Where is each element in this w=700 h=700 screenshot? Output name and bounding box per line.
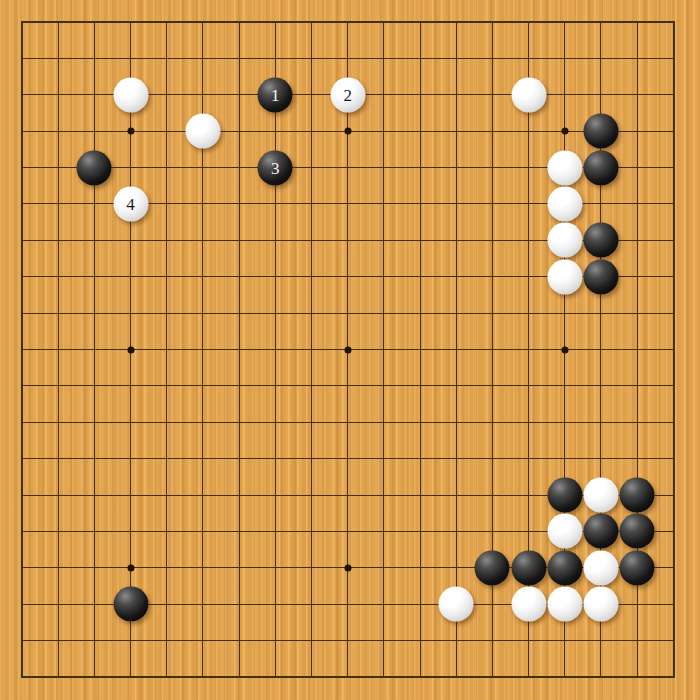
board-cell[interactable] [293,149,329,185]
board-cell[interactable] [4,622,40,658]
board-cell[interactable] [112,440,148,476]
board-cell[interactable] [149,440,185,476]
board-cell[interactable] [149,259,185,295]
board-cell[interactable] [583,331,619,367]
board-cell[interactable] [619,259,655,295]
board-cell[interactable] [221,186,257,222]
board-cell[interactable] [547,659,583,695]
board-cell[interactable] [185,513,221,549]
board-cell[interactable] [76,550,112,586]
board-cell[interactable] [402,149,438,185]
board-cell[interactable] [583,368,619,404]
board-cell[interactable] [402,586,438,622]
board-cell[interactable] [366,440,402,476]
board-cell[interactable] [76,513,112,549]
board-cell[interactable] [330,222,366,258]
board-cell[interactable] [583,622,619,658]
board-cell[interactable] [257,40,293,76]
board-cell[interactable] [330,113,366,149]
board-cell[interactable] [438,259,474,295]
board-cell[interactable] [438,77,474,113]
board-cell[interactable] [185,77,221,113]
board-cell[interactable] [547,622,583,658]
board-cell[interactable] [149,477,185,513]
board-cell[interactable] [40,440,76,476]
board-cell[interactable] [4,77,40,113]
board-cell[interactable] [366,295,402,331]
board-cell[interactable] [149,186,185,222]
board-cell[interactable] [655,622,691,658]
board-cell[interactable] [76,113,112,149]
board-cell[interactable]: 4 [112,186,148,222]
board-cell[interactable] [149,550,185,586]
board-cell[interactable] [402,295,438,331]
board-cell[interactable] [438,586,474,622]
board-cell[interactable] [76,659,112,695]
board-cell[interactable] [76,440,112,476]
board-cell[interactable] [655,440,691,476]
board-cell[interactable] [474,295,510,331]
board-cell[interactable] [76,331,112,367]
board-cell[interactable] [511,40,547,76]
board-cell[interactable] [655,222,691,258]
board-cell[interactable] [257,113,293,149]
board-cell[interactable] [293,440,329,476]
board-cell[interactable] [221,113,257,149]
board-cell[interactable] [221,77,257,113]
board-cell[interactable] [655,186,691,222]
board-cell[interactable] [583,295,619,331]
board-cell[interactable] [402,513,438,549]
board-cell[interactable] [583,259,619,295]
board-cell[interactable] [511,477,547,513]
board-cell[interactable] [185,477,221,513]
board-cell[interactable] [112,149,148,185]
board-cell[interactable] [366,77,402,113]
board-cell[interactable] [4,295,40,331]
board-cell[interactable] [511,513,547,549]
board-cell[interactable] [257,368,293,404]
board-cell[interactable] [366,113,402,149]
board-cell[interactable] [547,295,583,331]
board-cell[interactable] [619,513,655,549]
board-cell[interactable] [293,331,329,367]
board-cell[interactable] [257,659,293,695]
board-cell[interactable] [402,222,438,258]
board-cell[interactable] [76,40,112,76]
board-cell[interactable] [149,77,185,113]
board-cell[interactable] [40,77,76,113]
board-cell[interactable] [40,113,76,149]
board-cell[interactable] [40,368,76,404]
board-cell[interactable] [112,295,148,331]
board-cell[interactable] [402,186,438,222]
board-cell[interactable] [547,404,583,440]
board-cell[interactable] [293,477,329,513]
board-cell[interactable] [4,368,40,404]
board-cell[interactable] [185,40,221,76]
board-cell[interactable] [366,404,402,440]
board-cell[interactable] [655,259,691,295]
board-cell[interactable] [402,113,438,149]
board-cell[interactable] [257,586,293,622]
board-cell[interactable] [438,113,474,149]
board-cell[interactable] [366,586,402,622]
board-cell[interactable] [149,622,185,658]
board-cell[interactable] [4,477,40,513]
board-cell[interactable] [112,513,148,549]
board-cell[interactable] [511,368,547,404]
board-cell[interactable] [366,368,402,404]
board-cell[interactable] [330,513,366,549]
board-cell[interactable] [149,404,185,440]
board-cell[interactable] [330,4,366,40]
board-cell[interactable] [112,404,148,440]
board-cell[interactable] [547,40,583,76]
board-cell[interactable] [511,259,547,295]
board-cell[interactable] [438,149,474,185]
board-cell[interactable] [655,40,691,76]
board-cell[interactable] [257,186,293,222]
board-cell[interactable] [330,295,366,331]
board-cell[interactable] [40,186,76,222]
board-cell[interactable] [149,113,185,149]
board-cell[interactable] [511,222,547,258]
board-cell[interactable] [547,586,583,622]
board-cell[interactable] [293,40,329,76]
board-cell[interactable] [149,368,185,404]
board-cell[interactable] [112,586,148,622]
board-cell[interactable] [438,404,474,440]
board-cell[interactable] [330,368,366,404]
board-cell[interactable] [221,586,257,622]
board-cell[interactable] [40,259,76,295]
board-cell[interactable] [257,622,293,658]
board-cell[interactable] [221,440,257,476]
board-cell[interactable] [221,295,257,331]
board-cell[interactable] [293,222,329,258]
board-cell[interactable] [221,40,257,76]
board-cell[interactable] [257,440,293,476]
board-cell[interactable] [293,622,329,658]
board-cell[interactable] [293,113,329,149]
board-cell[interactable] [4,149,40,185]
board-cell[interactable] [330,550,366,586]
board-cell[interactable] [112,222,148,258]
board-cell[interactable] [366,477,402,513]
board-cell[interactable] [330,622,366,658]
board-cell[interactable] [221,404,257,440]
board-cell[interactable] [619,440,655,476]
board-cell[interactable] [619,40,655,76]
board-cell[interactable] [293,404,329,440]
board-cell[interactable] [474,77,510,113]
board-cell[interactable] [402,259,438,295]
board-cell[interactable] [547,186,583,222]
board-cell[interactable] [619,622,655,658]
board-cell[interactable] [293,586,329,622]
board-cell[interactable] [112,477,148,513]
board-cell[interactable] [4,222,40,258]
board-cell[interactable] [76,222,112,258]
board-cell[interactable] [185,149,221,185]
board-cell[interactable] [4,404,40,440]
board-cell[interactable] [40,4,76,40]
board-cell[interactable] [583,40,619,76]
board-cell[interactable] [583,440,619,476]
board-cell[interactable] [619,404,655,440]
board-cell[interactable] [511,149,547,185]
board-cell[interactable] [112,550,148,586]
board-cell[interactable] [40,550,76,586]
board-cell[interactable] [293,295,329,331]
board-cell[interactable] [402,622,438,658]
board-cell[interactable] [402,550,438,586]
board-cell[interactable] [655,659,691,695]
board-cell[interactable] [402,368,438,404]
board-cell[interactable] [583,186,619,222]
board-cell[interactable] [438,550,474,586]
board-cell[interactable] [185,586,221,622]
board-cell[interactable] [511,404,547,440]
board-cell[interactable] [655,113,691,149]
board-cell[interactable] [293,513,329,549]
board-cell[interactable] [257,259,293,295]
board-cell[interactable] [366,149,402,185]
board-cell[interactable] [547,4,583,40]
board-cell[interactable] [149,331,185,367]
board-cell[interactable] [511,331,547,367]
board-cell[interactable] [655,331,691,367]
board-cell[interactable] [583,659,619,695]
board-cell[interactable] [474,622,510,658]
board-cell[interactable] [4,113,40,149]
board-cell[interactable] [547,259,583,295]
board-cell[interactable] [4,186,40,222]
board-cell[interactable] [474,477,510,513]
board-cell[interactable] [402,331,438,367]
board-cell[interactable] [619,113,655,149]
board-cell[interactable] [257,4,293,40]
board-cell[interactable] [76,77,112,113]
board-cell[interactable] [511,295,547,331]
board-cell[interactable] [76,404,112,440]
board-cell[interactable] [583,586,619,622]
board-cell[interactable] [438,186,474,222]
board-cell[interactable] [366,259,402,295]
board-cell[interactable] [474,550,510,586]
board-cell[interactable] [221,368,257,404]
board-cell[interactable] [655,149,691,185]
board-cell[interactable]: 2 [330,77,366,113]
board-cell[interactable] [221,550,257,586]
board-cell[interactable] [185,659,221,695]
board-cell[interactable] [655,477,691,513]
board-cell[interactable] [4,586,40,622]
board-cell[interactable] [474,440,510,476]
board-cell[interactable] [438,440,474,476]
board-cell[interactable] [511,4,547,40]
board-cell[interactable] [76,149,112,185]
board-cell[interactable] [257,295,293,331]
board-cell[interactable] [619,550,655,586]
board-cell[interactable] [185,295,221,331]
board-cell[interactable] [257,550,293,586]
board-cell[interactable] [511,550,547,586]
board-cell[interactable] [149,659,185,695]
board-cell[interactable] [40,149,76,185]
board-cell[interactable] [221,4,257,40]
board-cell[interactable] [330,404,366,440]
board-cell[interactable] [330,259,366,295]
board-cell[interactable] [293,77,329,113]
board-cell[interactable] [583,113,619,149]
board-cell[interactable] [474,149,510,185]
board-cell[interactable] [474,186,510,222]
board-cell[interactable] [619,222,655,258]
board-cell[interactable] [547,149,583,185]
board-cell[interactable] [511,659,547,695]
board-cell[interactable] [293,259,329,295]
board-cell[interactable] [293,4,329,40]
board-cell[interactable] [547,368,583,404]
board-cell[interactable] [185,550,221,586]
board-cell[interactable] [655,77,691,113]
board-cell[interactable] [474,331,510,367]
board-cell[interactable] [438,368,474,404]
board-cell[interactable] [40,513,76,549]
board-cell[interactable] [619,331,655,367]
board-cell[interactable] [474,404,510,440]
board-cell[interactable] [655,404,691,440]
board-cell[interactable] [474,113,510,149]
board-cell[interactable] [438,40,474,76]
board-cell[interactable] [185,222,221,258]
board-cell[interactable] [438,513,474,549]
board-cell[interactable] [438,331,474,367]
board-cell[interactable] [149,4,185,40]
board-cell[interactable] [76,186,112,222]
board-cell[interactable] [583,77,619,113]
board-cell[interactable] [76,295,112,331]
board-cell[interactable] [40,586,76,622]
board-cell[interactable] [366,40,402,76]
board-cell[interactable] [583,222,619,258]
board-cell[interactable] [511,113,547,149]
board-cell[interactable] [511,77,547,113]
board-cell[interactable] [221,259,257,295]
board-cell[interactable] [293,550,329,586]
board-cell[interactable] [149,222,185,258]
board-cell[interactable] [402,659,438,695]
board-cell[interactable] [619,477,655,513]
board-cell[interactable] [511,622,547,658]
board-cell[interactable] [40,40,76,76]
board-cell[interactable] [221,222,257,258]
board-cell[interactable] [511,586,547,622]
board-cell[interactable] [185,259,221,295]
board-cell[interactable] [185,404,221,440]
board-cell[interactable] [402,40,438,76]
board-cell[interactable]: 1 [257,77,293,113]
board-cell[interactable] [221,149,257,185]
board-cell[interactable] [438,295,474,331]
board-cell[interactable] [330,40,366,76]
board-cell[interactable] [4,550,40,586]
board-cell[interactable] [40,477,76,513]
board-cell[interactable] [474,513,510,549]
board-cell[interactable] [76,586,112,622]
board-cell[interactable] [112,331,148,367]
board-cell[interactable] [583,4,619,40]
board-cell[interactable] [619,659,655,695]
board-cell[interactable] [547,477,583,513]
board-cell[interactable] [4,259,40,295]
board-cell[interactable] [330,659,366,695]
board-cell[interactable] [655,586,691,622]
board-cell[interactable] [366,550,402,586]
board-cell[interactable] [76,259,112,295]
board-cell[interactable] [185,186,221,222]
board-cell[interactable] [655,4,691,40]
board-cell[interactable] [112,368,148,404]
board-cell[interactable] [366,4,402,40]
board-cell[interactable] [438,622,474,658]
board-cell[interactable] [366,513,402,549]
board-cell[interactable] [221,513,257,549]
board-cell[interactable] [257,331,293,367]
board-cell[interactable] [619,586,655,622]
board-cell[interactable] [655,368,691,404]
board-cell[interactable] [40,659,76,695]
board-cell[interactable] [619,4,655,40]
board-cell[interactable] [40,331,76,367]
board-cell[interactable] [547,331,583,367]
board-cell[interactable] [330,477,366,513]
board-cell[interactable] [547,513,583,549]
board-cell[interactable] [4,440,40,476]
board-cell[interactable] [221,477,257,513]
board-cell[interactable] [547,77,583,113]
board-cell[interactable] [655,550,691,586]
board-cell[interactable] [221,331,257,367]
board-cell[interactable] [583,550,619,586]
board-cell[interactable] [112,40,148,76]
board-cell[interactable] [185,113,221,149]
board-cell[interactable] [438,477,474,513]
board-cell[interactable] [438,222,474,258]
board-cell[interactable] [293,186,329,222]
board-cell[interactable]: 3 [257,149,293,185]
board-cell[interactable] [293,659,329,695]
board-cell[interactable] [40,222,76,258]
board-cell[interactable] [402,440,438,476]
board-cell[interactable] [402,477,438,513]
board-cell[interactable] [366,659,402,695]
board-cell[interactable] [583,513,619,549]
board-cell[interactable] [366,331,402,367]
board-cell[interactable] [474,659,510,695]
board-cell[interactable] [4,513,40,549]
board-cell[interactable] [438,4,474,40]
board-cell[interactable] [366,622,402,658]
board-cell[interactable] [112,259,148,295]
board-cell[interactable] [293,368,329,404]
board-cell[interactable] [4,40,40,76]
board-cell[interactable] [619,368,655,404]
board-cell[interactable] [619,295,655,331]
board-cell[interactable] [257,477,293,513]
